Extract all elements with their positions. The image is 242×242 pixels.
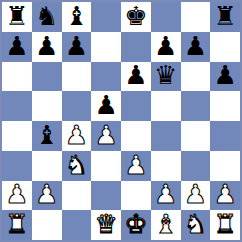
black-pawn-piece[interactable]: ♟ bbox=[5, 33, 28, 59]
square-f5[interactable] bbox=[151, 91, 181, 121]
black-pawn-piece[interactable]: ♟ bbox=[124, 62, 147, 88]
square-h3[interactable] bbox=[210, 151, 240, 181]
black-knight-piece[interactable]: ♞ bbox=[35, 3, 58, 29]
square-b3[interactable] bbox=[32, 151, 62, 181]
square-d4[interactable]: ♟ bbox=[91, 121, 121, 151]
square-e8[interactable]: ♚ bbox=[121, 2, 151, 32]
square-a5[interactable] bbox=[2, 91, 32, 121]
square-h4[interactable] bbox=[210, 121, 240, 151]
black-pawn-piece[interactable]: ♟ bbox=[213, 62, 236, 88]
square-e6[interactable]: ♟ bbox=[121, 62, 151, 92]
square-a2[interactable]: ♟ bbox=[2, 181, 32, 211]
square-f6[interactable]: ♛ bbox=[151, 62, 181, 92]
square-d6[interactable] bbox=[91, 62, 121, 92]
white-pawn-piece[interactable]: ♟ bbox=[184, 181, 207, 207]
square-f3[interactable] bbox=[151, 151, 181, 181]
square-d7[interactable] bbox=[91, 32, 121, 62]
square-g2[interactable]: ♟ bbox=[181, 181, 211, 211]
white-pawn-piece[interactable]: ♟ bbox=[5, 181, 28, 207]
square-b1[interactable] bbox=[32, 210, 62, 240]
square-b8[interactable]: ♞ bbox=[32, 2, 62, 32]
square-d3[interactable] bbox=[91, 151, 121, 181]
square-f7[interactable]: ♟ bbox=[151, 32, 181, 62]
chess-board: ♜♞♝♚♜♟♟♟♟♟♟♛♟♟♝♟♟♞♟♟♟♟♟♟♜♛♚♝♞♜ bbox=[0, 0, 242, 242]
square-h2[interactable]: ♟ bbox=[210, 181, 240, 211]
square-e5[interactable] bbox=[121, 91, 151, 121]
black-king-piece[interactable]: ♚ bbox=[124, 3, 147, 29]
square-g7[interactable]: ♟ bbox=[181, 32, 211, 62]
square-d1[interactable]: ♛ bbox=[91, 210, 121, 240]
square-c3[interactable]: ♞ bbox=[62, 151, 92, 181]
square-f8[interactable] bbox=[151, 2, 181, 32]
square-a3[interactable] bbox=[2, 151, 32, 181]
white-knight-piece[interactable]: ♞ bbox=[65, 152, 88, 178]
square-a6[interactable] bbox=[2, 62, 32, 92]
square-b5[interactable] bbox=[32, 91, 62, 121]
square-a4[interactable] bbox=[2, 121, 32, 151]
square-a1[interactable]: ♜ bbox=[2, 210, 32, 240]
square-f1[interactable]: ♝ bbox=[151, 210, 181, 240]
square-b7[interactable]: ♟ bbox=[32, 32, 62, 62]
square-e7[interactable] bbox=[121, 32, 151, 62]
square-b6[interactable] bbox=[32, 62, 62, 92]
black-pawn-piece[interactable]: ♟ bbox=[154, 33, 177, 59]
square-d8[interactable] bbox=[91, 2, 121, 32]
square-e3[interactable]: ♟ bbox=[121, 151, 151, 181]
square-c1[interactable] bbox=[62, 210, 92, 240]
square-h1[interactable]: ♜ bbox=[210, 210, 240, 240]
square-g5[interactable] bbox=[181, 91, 211, 121]
white-king-piece[interactable]: ♚ bbox=[124, 211, 147, 237]
square-h5[interactable] bbox=[210, 91, 240, 121]
white-pawn-piece[interactable]: ♟ bbox=[124, 152, 147, 178]
white-pawn-piece[interactable]: ♟ bbox=[154, 181, 177, 207]
square-h6[interactable]: ♟ bbox=[210, 62, 240, 92]
square-e4[interactable] bbox=[121, 121, 151, 151]
square-b2[interactable]: ♟ bbox=[32, 181, 62, 211]
black-rook-piece[interactable]: ♜ bbox=[213, 3, 236, 29]
square-a7[interactable]: ♟ bbox=[2, 32, 32, 62]
square-c2[interactable] bbox=[62, 181, 92, 211]
square-c5[interactable] bbox=[62, 91, 92, 121]
square-g4[interactable] bbox=[181, 121, 211, 151]
square-g8[interactable] bbox=[181, 2, 211, 32]
white-pawn-piece[interactable]: ♟ bbox=[65, 122, 88, 148]
square-c7[interactable]: ♟ bbox=[62, 32, 92, 62]
square-a8[interactable]: ♜ bbox=[2, 2, 32, 32]
black-pawn-piece[interactable]: ♟ bbox=[35, 33, 58, 59]
square-h7[interactable] bbox=[210, 32, 240, 62]
black-bishop-piece[interactable]: ♝ bbox=[35, 122, 58, 148]
square-g1[interactable]: ♞ bbox=[181, 210, 211, 240]
square-d2[interactable] bbox=[91, 181, 121, 211]
square-h8[interactable]: ♜ bbox=[210, 2, 240, 32]
black-pawn-piece[interactable]: ♟ bbox=[65, 33, 88, 59]
black-pawn-piece[interactable]: ♟ bbox=[184, 33, 207, 59]
white-pawn-piece[interactable]: ♟ bbox=[35, 181, 58, 207]
square-e2[interactable] bbox=[121, 181, 151, 211]
white-bishop-piece[interactable]: ♝ bbox=[154, 211, 177, 237]
square-b4[interactable]: ♝ bbox=[32, 121, 62, 151]
square-c6[interactable] bbox=[62, 62, 92, 92]
white-pawn-piece[interactable]: ♟ bbox=[94, 122, 117, 148]
square-f2[interactable]: ♟ bbox=[151, 181, 181, 211]
black-queen-piece[interactable]: ♛ bbox=[154, 62, 177, 88]
white-queen-piece[interactable]: ♛ bbox=[94, 211, 117, 237]
chess-board-wrap: ♜♞♝♚♜♟♟♟♟♟♟♛♟♟♝♟♟♞♟♟♟♟♟♟♜♛♚♝♞♜ bbox=[0, 0, 242, 242]
square-c4[interactable]: ♟ bbox=[62, 121, 92, 151]
black-bishop-piece[interactable]: ♝ bbox=[65, 3, 88, 29]
square-c8[interactable]: ♝ bbox=[62, 2, 92, 32]
square-d5[interactable]: ♟ bbox=[91, 91, 121, 121]
white-rook-piece[interactable]: ♜ bbox=[5, 211, 28, 237]
square-f4[interactable] bbox=[151, 121, 181, 151]
white-pawn-piece[interactable]: ♟ bbox=[213, 181, 236, 207]
square-g3[interactable] bbox=[181, 151, 211, 181]
white-knight-piece[interactable]: ♞ bbox=[184, 211, 207, 237]
white-rook-piece[interactable]: ♜ bbox=[213, 211, 236, 237]
square-g6[interactable] bbox=[181, 62, 211, 92]
square-e1[interactable]: ♚ bbox=[121, 210, 151, 240]
black-rook-piece[interactable]: ♜ bbox=[5, 3, 28, 29]
black-pawn-piece[interactable]: ♟ bbox=[94, 92, 117, 118]
